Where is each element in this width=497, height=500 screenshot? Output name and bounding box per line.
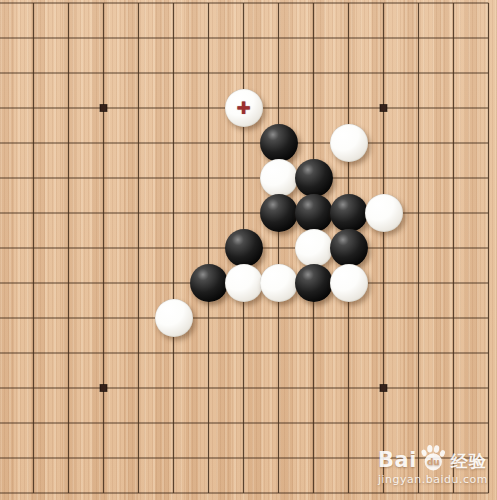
board-cell[interactable] (121, 266, 156, 301)
board-cell[interactable] (191, 161, 226, 196)
board-cell[interactable] (191, 91, 226, 126)
board-cell[interactable] (261, 0, 296, 21)
board-cell[interactable] (191, 196, 226, 231)
board-cell[interactable] (0, 441, 16, 476)
board-cell[interactable] (51, 266, 86, 301)
board-cell[interactable] (156, 406, 191, 441)
board-cell[interactable] (331, 406, 366, 441)
board-cell[interactable] (366, 406, 401, 441)
board-cell[interactable] (51, 406, 86, 441)
last-move-marker: ✚ (225, 89, 263, 127)
board-cell[interactable]: ✚ (226, 91, 261, 126)
board-cell[interactable] (261, 56, 296, 91)
board-cell[interactable] (331, 371, 366, 406)
board-cell[interactable] (331, 231, 366, 266)
board-cell[interactable] (51, 56, 86, 91)
board-cell[interactable] (436, 196, 471, 231)
board-cell[interactable] (51, 371, 86, 406)
board-cell[interactable] (51, 126, 86, 161)
board-cell[interactable] (401, 126, 436, 161)
board-cell[interactable] (51, 161, 86, 196)
board-cell[interactable] (51, 336, 86, 371)
board-cell[interactable] (156, 91, 191, 126)
board-cell[interactable] (156, 56, 191, 91)
board-cell[interactable] (16, 476, 51, 500)
white-stone (365, 194, 403, 232)
board-cell[interactable] (331, 21, 366, 56)
board-cell[interactable] (331, 91, 366, 126)
board-cell[interactable] (86, 91, 121, 126)
baidu-logo-text-jingyan-cn: 经验 (451, 452, 487, 471)
board-cell[interactable] (296, 161, 331, 196)
board-cell[interactable] (191, 126, 226, 161)
board-cell[interactable] (296, 301, 331, 336)
board-cell[interactable] (296, 91, 331, 126)
watermark-url: jingyan.baidu.com (378, 473, 493, 486)
white-stone (155, 299, 193, 337)
board-grid: ✚ (0, 0, 497, 500)
board-cell[interactable] (121, 231, 156, 266)
board-cell[interactable] (0, 0, 16, 21)
board-cell[interactable] (226, 441, 261, 476)
board-cell[interactable] (226, 21, 261, 56)
board-cell[interactable] (0, 336, 16, 371)
board-cell[interactable] (86, 21, 121, 56)
board-cell[interactable] (331, 301, 366, 336)
black-stone (330, 194, 368, 232)
board-cell[interactable] (0, 266, 16, 301)
black-stone (190, 264, 228, 302)
board-cell[interactable] (436, 231, 471, 266)
board-cell[interactable] (366, 231, 401, 266)
board-cell[interactable] (471, 0, 497, 21)
board-cell[interactable] (191, 231, 226, 266)
board-cell[interactable] (401, 161, 436, 196)
board-cell[interactable] (261, 231, 296, 266)
board-cell[interactable] (401, 231, 436, 266)
board-cell[interactable] (366, 0, 401, 21)
board-cell[interactable] (261, 91, 296, 126)
board-cell[interactable] (191, 301, 226, 336)
board-cell[interactable] (436, 336, 471, 371)
board-cell[interactable] (436, 91, 471, 126)
board-cell[interactable] (156, 0, 191, 21)
board-cell[interactable] (226, 476, 261, 500)
board-cell[interactable] (296, 266, 331, 301)
board-cell[interactable] (0, 406, 16, 441)
board-cell[interactable] (156, 231, 191, 266)
board-cell[interactable] (86, 301, 121, 336)
board-cell[interactable] (401, 91, 436, 126)
board-cell[interactable] (471, 336, 497, 371)
board-cell[interactable] (471, 56, 497, 91)
board-cell[interactable] (436, 266, 471, 301)
board-cell[interactable] (471, 371, 497, 406)
board-cell[interactable] (16, 56, 51, 91)
white-stone (295, 229, 333, 267)
board-cell[interactable] (0, 371, 16, 406)
board-cell[interactable] (331, 56, 366, 91)
board-cell[interactable] (16, 196, 51, 231)
board-cell[interactable] (436, 371, 471, 406)
board-cell[interactable] (366, 336, 401, 371)
board-cell[interactable] (16, 336, 51, 371)
board-cell[interactable] (471, 161, 497, 196)
white-stone: ✚ (225, 89, 263, 127)
board-cell[interactable] (226, 231, 261, 266)
board-cell[interactable] (296, 441, 331, 476)
board-cell[interactable] (226, 0, 261, 21)
board-cell[interactable] (296, 0, 331, 21)
white-stone (260, 159, 298, 197)
baidu-logo: Bai du 经验 (378, 443, 493, 471)
white-stone (330, 124, 368, 162)
board-cell[interactable] (0, 231, 16, 266)
board-cell[interactable] (191, 371, 226, 406)
board-cell[interactable] (261, 441, 296, 476)
board-cell[interactable] (366, 126, 401, 161)
board-cell[interactable] (16, 21, 51, 56)
board-cell[interactable] (121, 21, 156, 56)
board-cell[interactable] (16, 406, 51, 441)
board-cell[interactable] (191, 476, 226, 500)
board-cell[interactable] (86, 441, 121, 476)
board-cell[interactable] (191, 406, 226, 441)
white-stone (225, 264, 263, 302)
board-cell[interactable] (296, 476, 331, 500)
board-cell[interactable] (401, 301, 436, 336)
board-cell[interactable] (436, 406, 471, 441)
board-cell[interactable] (261, 21, 296, 56)
board-cell[interactable] (296, 196, 331, 231)
board-cell[interactable] (156, 301, 191, 336)
board-cell[interactable] (226, 56, 261, 91)
board-cell[interactable] (471, 196, 497, 231)
board-cell[interactable] (191, 0, 226, 21)
board-cell[interactable] (331, 161, 366, 196)
board-cell[interactable] (331, 0, 366, 21)
black-stone (260, 194, 298, 232)
board-cell[interactable] (121, 441, 156, 476)
board-cell[interactable] (226, 371, 261, 406)
board-cell[interactable] (401, 406, 436, 441)
board-cell[interactable] (226, 266, 261, 301)
board-cell[interactable] (51, 91, 86, 126)
board-cell[interactable] (331, 266, 366, 301)
baidu-logo-text-bai: Bai (378, 450, 417, 471)
board-cell[interactable] (366, 196, 401, 231)
board-cell[interactable] (436, 301, 471, 336)
board-cell[interactable] (86, 476, 121, 500)
board-cell[interactable] (86, 336, 121, 371)
board-cell[interactable] (471, 266, 497, 301)
board-cell[interactable] (0, 476, 16, 500)
board-cell[interactable] (261, 266, 296, 301)
board-cell[interactable] (86, 371, 121, 406)
board-cell[interactable] (331, 476, 366, 500)
board-cell[interactable] (156, 126, 191, 161)
black-stone (225, 229, 263, 267)
board-cell[interactable] (16, 266, 51, 301)
board-cell[interactable] (261, 336, 296, 371)
board-cell[interactable] (226, 161, 261, 196)
black-stone (260, 124, 298, 162)
board-cell[interactable] (86, 0, 121, 21)
white-stone (260, 264, 298, 302)
board-cell[interactable] (401, 336, 436, 371)
board-cell[interactable] (0, 196, 16, 231)
board-cell[interactable] (86, 56, 121, 91)
board-cell[interactable] (16, 301, 51, 336)
board-cell[interactable] (436, 126, 471, 161)
board-cell[interactable] (121, 126, 156, 161)
board-cell[interactable] (296, 231, 331, 266)
board-cell[interactable] (51, 301, 86, 336)
board-cell[interactable] (366, 91, 401, 126)
board-cell[interactable] (51, 21, 86, 56)
board-cell[interactable] (401, 0, 436, 21)
board-cell[interactable] (156, 196, 191, 231)
board-cell[interactable] (0, 161, 16, 196)
board-cell[interactable] (51, 441, 86, 476)
board-cell[interactable] (156, 371, 191, 406)
board-cell[interactable] (296, 126, 331, 161)
board-cell[interactable] (296, 336, 331, 371)
black-stone (295, 159, 333, 197)
board-cell[interactable] (331, 196, 366, 231)
board-cell[interactable] (331, 441, 366, 476)
board-cell[interactable] (261, 196, 296, 231)
black-stone (330, 229, 368, 267)
board-cell[interactable] (261, 406, 296, 441)
board-cell[interactable] (191, 56, 226, 91)
board-cell[interactable] (261, 301, 296, 336)
board-cell[interactable] (121, 301, 156, 336)
board-cell[interactable] (191, 266, 226, 301)
board-cell[interactable] (51, 476, 86, 500)
board-cell[interactable] (226, 336, 261, 371)
board-cell[interactable] (436, 21, 471, 56)
board-cell[interactable] (86, 196, 121, 231)
baidu-watermark: Bai du 经验 jingyan.baidu.com (378, 443, 493, 486)
board-cell[interactable] (0, 126, 16, 161)
board-cell[interactable] (261, 371, 296, 406)
black-stone (295, 264, 333, 302)
board-cell[interactable] (226, 126, 261, 161)
board-cell[interactable] (156, 336, 191, 371)
board-cell[interactable] (471, 301, 497, 336)
board-cell[interactable] (0, 301, 16, 336)
board-cell[interactable] (121, 91, 156, 126)
board-cell[interactable] (156, 266, 191, 301)
white-stone (330, 264, 368, 302)
board-cell[interactable] (121, 371, 156, 406)
board-cell[interactable] (471, 126, 497, 161)
board-cell[interactable] (51, 0, 86, 21)
board-cell[interactable] (296, 371, 331, 406)
board-cell[interactable] (366, 21, 401, 56)
board-cell[interactable] (16, 371, 51, 406)
board-cell[interactable] (0, 56, 16, 91)
board-cell[interactable] (261, 126, 296, 161)
board-cell[interactable] (261, 476, 296, 500)
board-cell[interactable] (191, 441, 226, 476)
svg-text:du: du (427, 457, 440, 467)
board-cell[interactable] (331, 336, 366, 371)
board-cell[interactable] (226, 406, 261, 441)
board-cell[interactable] (191, 21, 226, 56)
board-cell[interactable] (86, 231, 121, 266)
board-cell[interactable] (366, 301, 401, 336)
board-cell[interactable] (16, 441, 51, 476)
board-cell[interactable] (156, 21, 191, 56)
board-cell[interactable] (0, 91, 16, 126)
board-cell[interactable] (296, 406, 331, 441)
board-cell[interactable] (296, 56, 331, 91)
board-cell[interactable] (226, 301, 261, 336)
board-cell[interactable] (401, 371, 436, 406)
board-cell[interactable] (0, 21, 16, 56)
board-cell[interactable] (436, 56, 471, 91)
board-cell[interactable] (16, 126, 51, 161)
board-cell[interactable] (471, 231, 497, 266)
board-cell[interactable] (296, 21, 331, 56)
board-cell[interactable] (366, 266, 401, 301)
board-cell[interactable] (121, 196, 156, 231)
board-cell[interactable] (366, 371, 401, 406)
board-cell[interactable] (51, 231, 86, 266)
board-cell[interactable] (331, 126, 366, 161)
board-cell[interactable] (191, 336, 226, 371)
board-cell[interactable] (86, 266, 121, 301)
board-cell[interactable] (366, 56, 401, 91)
board-cell[interactable] (16, 0, 51, 21)
board-cell[interactable] (471, 21, 497, 56)
board-cell[interactable] (401, 56, 436, 91)
board-cell[interactable] (436, 161, 471, 196)
board-cell[interactable] (401, 196, 436, 231)
board-cell[interactable] (156, 476, 191, 500)
board-cell[interactable] (261, 161, 296, 196)
board-cell[interactable] (226, 196, 261, 231)
board-cell[interactable] (16, 161, 51, 196)
go-board: ✚ Bai du 经验 jingyan.baidu.com (0, 0, 497, 500)
board-cell[interactable] (121, 0, 156, 21)
board-cell[interactable] (86, 126, 121, 161)
board-cell[interactable] (121, 336, 156, 371)
board-cell[interactable] (86, 406, 121, 441)
board-cell[interactable] (471, 406, 497, 441)
board-cell[interactable] (121, 406, 156, 441)
board-cell[interactable] (401, 266, 436, 301)
board-cell[interactable] (156, 161, 191, 196)
board-cell[interactable] (16, 231, 51, 266)
board-cell[interactable] (366, 161, 401, 196)
board-cell[interactable] (16, 91, 51, 126)
black-stone (295, 194, 333, 232)
board-cell[interactable] (401, 21, 436, 56)
board-cell[interactable] (156, 441, 191, 476)
board-cell[interactable] (436, 0, 471, 21)
board-cell[interactable] (471, 91, 497, 126)
board-cell[interactable] (121, 161, 156, 196)
board-cell[interactable] (86, 161, 121, 196)
baidu-paw-icon: du (418, 443, 448, 473)
board-cell[interactable] (121, 56, 156, 91)
board-cell[interactable] (51, 196, 86, 231)
board-cell[interactable] (121, 476, 156, 500)
